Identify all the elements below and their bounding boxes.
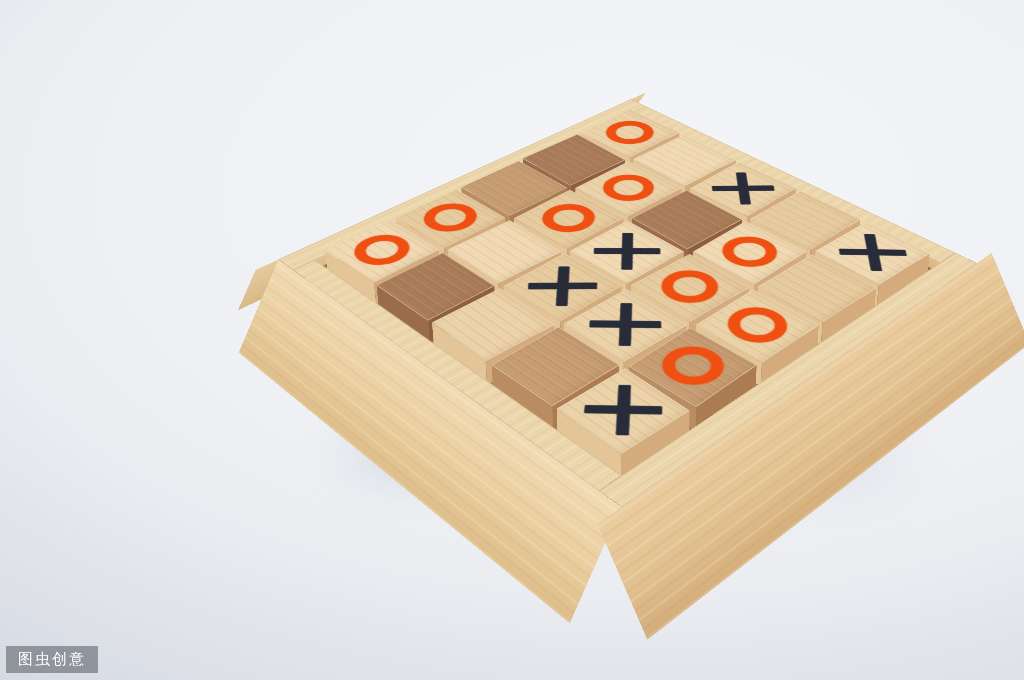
- o-mark: [596, 116, 663, 149]
- photo-background: { "game": "tic-tac-toe", "scene": { "des…: [0, 0, 1024, 680]
- scene-stage: [0, 0, 1024, 680]
- o-mark: [716, 300, 799, 350]
- o-mark: [650, 339, 736, 393]
- o-mark: [650, 264, 730, 310]
- watermark: 图虫创意: [6, 646, 98, 673]
- game-board: [280, 110, 976, 521]
- o-mark: [711, 231, 788, 274]
- watermark-text: 图虫创意: [18, 650, 86, 668]
- o-mark: [593, 169, 665, 206]
